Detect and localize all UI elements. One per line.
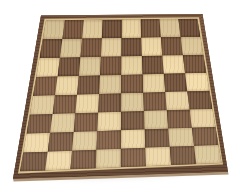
square-b6 [58,57,81,76]
square-a3 [27,114,53,134]
square-a5 [33,76,58,95]
square-e8 [122,19,142,38]
square-b8 [62,20,83,39]
square-b7 [60,39,82,58]
square-e3 [121,111,145,130]
square-h8 [178,19,200,37]
square-f3 [144,110,168,129]
square-g6 [162,55,185,74]
square-g5 [164,73,188,92]
square-a1 [20,152,48,172]
square-e7 [121,38,141,57]
square-d2 [96,130,121,149]
square-a6 [36,58,60,77]
square-g2 [168,128,194,147]
square-e2 [121,129,145,148]
square-f7 [141,37,162,56]
square-d8 [102,20,122,39]
square-h2 [192,127,219,146]
square-d6 [100,56,121,75]
square-e4 [121,93,144,112]
square-h6 [183,55,207,74]
square-b1 [45,151,72,171]
square-h1 [194,145,221,164]
square-f1 [145,147,171,166]
square-f2 [145,129,170,148]
square-c1 [70,150,96,170]
square-a8 [43,20,65,39]
square-h7 [181,37,204,55]
square-g1 [170,146,197,165]
square-d5 [99,75,121,94]
square-d7 [101,38,122,57]
square-c4 [75,94,99,113]
square-e5 [121,74,143,93]
square-c3 [74,113,99,132]
square-c2 [72,131,97,151]
square-d4 [98,93,121,112]
square-d3 [97,112,121,131]
square-g3 [167,110,192,129]
square-f8 [141,19,161,38]
square-f6 [142,56,164,75]
square-c6 [79,57,101,76]
square-f4 [143,92,167,111]
photo-background [0,0,240,192]
square-g7 [161,37,183,56]
square-b3 [50,113,75,133]
square-b2 [48,132,74,152]
square-e1 [121,148,146,167]
square-a7 [40,39,63,58]
square-g4 [165,91,189,110]
square-h4 [187,91,212,110]
square-b5 [55,76,79,95]
square-h5 [185,73,209,92]
square-h3 [190,109,216,128]
square-c5 [77,75,100,94]
square-a2 [23,133,50,153]
square-d1 [96,149,121,169]
square-b4 [53,95,78,114]
square-a4 [30,95,55,115]
square-c8 [82,20,103,39]
square-e6 [121,56,142,75]
square-g8 [159,19,180,37]
square-c7 [80,38,101,57]
chessboard [0,0,240,192]
square-f5 [143,74,166,93]
